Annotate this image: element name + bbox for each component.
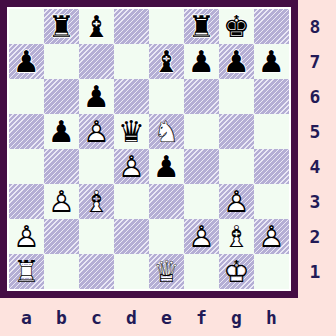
square-b2[interactable] bbox=[44, 219, 79, 254]
square-b4[interactable] bbox=[44, 149, 79, 184]
white-piece-outline: ♙ bbox=[254, 219, 289, 254]
square-e8[interactable] bbox=[149, 9, 184, 44]
square-h4[interactable] bbox=[254, 149, 289, 184]
rank-label-7: 7 bbox=[300, 44, 330, 79]
piece-bP-b5: ♟ bbox=[44, 114, 79, 149]
black-piece-glyph: ♟ bbox=[79, 79, 114, 114]
piece-bR-b8: ♜ bbox=[44, 9, 79, 44]
square-e6[interactable] bbox=[149, 79, 184, 114]
black-piece-glyph: ♜ bbox=[44, 9, 79, 44]
file-label-g: g bbox=[219, 301, 254, 333]
white-piece-outline: ♔ bbox=[219, 254, 254, 289]
square-g6[interactable] bbox=[219, 79, 254, 114]
white-piece-outline: ♖ bbox=[9, 254, 44, 289]
square-d7[interactable] bbox=[114, 44, 149, 79]
square-a5[interactable] bbox=[9, 114, 44, 149]
square-h5[interactable] bbox=[254, 114, 289, 149]
white-piece-outline: ♙ bbox=[9, 219, 44, 254]
rank-label-2: 2 bbox=[300, 219, 330, 254]
square-h2[interactable]: ♟♙ bbox=[254, 219, 289, 254]
square-b5[interactable]: ♟ bbox=[44, 114, 79, 149]
piece-bP-a7: ♟ bbox=[9, 44, 44, 79]
square-e4[interactable]: ♟ bbox=[149, 149, 184, 184]
black-piece-glyph: ♚ bbox=[219, 9, 254, 44]
white-piece-outline: ♙ bbox=[79, 114, 114, 149]
rank-label-4: 4 bbox=[300, 149, 330, 184]
file-label-d: d bbox=[114, 301, 149, 333]
square-d4[interactable]: ♟♙ bbox=[114, 149, 149, 184]
piece-wK-g1: ♚♔ bbox=[219, 254, 254, 289]
square-a7[interactable]: ♟ bbox=[9, 44, 44, 79]
piece-wP-a2: ♟♙ bbox=[9, 219, 44, 254]
file-label-b: b bbox=[44, 301, 79, 333]
square-a6[interactable] bbox=[9, 79, 44, 114]
piece-bK-g8: ♚ bbox=[219, 9, 254, 44]
square-f5[interactable] bbox=[184, 114, 219, 149]
piece-wP-f2: ♟♙ bbox=[184, 219, 219, 254]
square-a8[interactable] bbox=[9, 9, 44, 44]
square-c3[interactable]: ♝♗ bbox=[79, 184, 114, 219]
piece-bP-c6: ♟ bbox=[79, 79, 114, 114]
rank-label-5: 5 bbox=[300, 114, 330, 149]
square-b7[interactable] bbox=[44, 44, 79, 79]
white-piece-outline: ♗ bbox=[219, 219, 254, 254]
square-c6[interactable]: ♟ bbox=[79, 79, 114, 114]
piece-bP-g7: ♟ bbox=[219, 44, 254, 79]
piece-wP-g3: ♟♙ bbox=[219, 184, 254, 219]
piece-bB-e7: ♝ bbox=[149, 44, 184, 79]
piece-wB-c3: ♝♗ bbox=[79, 184, 114, 219]
square-h7[interactable]: ♟ bbox=[254, 44, 289, 79]
square-c5[interactable]: ♟♙ bbox=[79, 114, 114, 149]
square-b3[interactable]: ♟♙ bbox=[44, 184, 79, 219]
square-e1[interactable]: ♛♕ bbox=[149, 254, 184, 289]
square-b1[interactable] bbox=[44, 254, 79, 289]
square-c4[interactable] bbox=[79, 149, 114, 184]
square-f3[interactable] bbox=[184, 184, 219, 219]
square-a3[interactable] bbox=[9, 184, 44, 219]
square-a1[interactable]: ♜♖ bbox=[9, 254, 44, 289]
square-d1[interactable] bbox=[114, 254, 149, 289]
square-e7[interactable]: ♝ bbox=[149, 44, 184, 79]
square-g8[interactable]: ♚ bbox=[219, 9, 254, 44]
square-g3[interactable]: ♟♙ bbox=[219, 184, 254, 219]
square-e5[interactable]: ♞♘ bbox=[149, 114, 184, 149]
piece-wP-h2: ♟♙ bbox=[254, 219, 289, 254]
piece-bP-f7: ♟ bbox=[184, 44, 219, 79]
square-g4[interactable] bbox=[219, 149, 254, 184]
rank-label-1: 1 bbox=[300, 254, 330, 289]
piece-wR-a1: ♜♖ bbox=[9, 254, 44, 289]
square-c7[interactable] bbox=[79, 44, 114, 79]
square-a4[interactable] bbox=[9, 149, 44, 184]
square-f4[interactable] bbox=[184, 149, 219, 184]
piece-bP-h7: ♟ bbox=[254, 44, 289, 79]
square-g5[interactable] bbox=[219, 114, 254, 149]
square-d5[interactable]: ♛ bbox=[114, 114, 149, 149]
white-piece-outline: ♙ bbox=[114, 149, 149, 184]
square-b6[interactable] bbox=[44, 79, 79, 114]
piece-bB-c8: ♝ bbox=[79, 9, 114, 44]
square-h6[interactable] bbox=[254, 79, 289, 114]
black-piece-glyph: ♟ bbox=[149, 149, 184, 184]
white-piece-outline: ♙ bbox=[219, 184, 254, 219]
file-label-f: f bbox=[184, 301, 219, 333]
square-c8[interactable]: ♝ bbox=[79, 9, 114, 44]
white-piece-outline: ♕ bbox=[149, 254, 184, 289]
square-c1[interactable] bbox=[79, 254, 114, 289]
square-h8[interactable] bbox=[254, 9, 289, 44]
square-c2[interactable] bbox=[79, 219, 114, 254]
piece-wP-c5: ♟♙ bbox=[79, 114, 114, 149]
rank-label-6: 6 bbox=[300, 79, 330, 114]
square-f6[interactable] bbox=[184, 79, 219, 114]
black-piece-glyph: ♛ bbox=[114, 114, 149, 149]
rank-label-8: 8 bbox=[300, 9, 330, 44]
square-f2[interactable]: ♟♙ bbox=[184, 219, 219, 254]
square-d8[interactable] bbox=[114, 9, 149, 44]
piece-bR-f8: ♜ bbox=[184, 9, 219, 44]
white-piece-outline: ♗ bbox=[79, 184, 114, 219]
black-piece-glyph: ♟ bbox=[9, 44, 44, 79]
black-piece-glyph: ♟ bbox=[44, 114, 79, 149]
piece-wQ-e1: ♛♕ bbox=[149, 254, 184, 289]
square-a2[interactable]: ♟♙ bbox=[9, 219, 44, 254]
black-piece-glyph: ♟ bbox=[219, 44, 254, 79]
square-d3[interactable] bbox=[114, 184, 149, 219]
piece-bQ-d5: ♛ bbox=[114, 114, 149, 149]
square-g7[interactable]: ♟ bbox=[219, 44, 254, 79]
black-piece-glyph: ♜ bbox=[184, 9, 219, 44]
file-label-c: c bbox=[79, 301, 114, 333]
piece-wN-e5: ♞♘ bbox=[149, 114, 184, 149]
square-f8[interactable]: ♜ bbox=[184, 9, 219, 44]
file-labels: abcdefgh bbox=[9, 301, 289, 333]
file-label-e: e bbox=[149, 301, 184, 333]
black-piece-glyph: ♟ bbox=[184, 44, 219, 79]
white-piece-outline: ♘ bbox=[149, 114, 184, 149]
square-b8[interactable]: ♜ bbox=[44, 9, 79, 44]
square-g2[interactable]: ♝♗ bbox=[219, 219, 254, 254]
square-d2[interactable] bbox=[114, 219, 149, 254]
file-label-h: h bbox=[254, 301, 289, 333]
white-piece-outline: ♙ bbox=[44, 184, 79, 219]
file-label-a: a bbox=[9, 301, 44, 333]
piece-wB-g2: ♝♗ bbox=[219, 219, 254, 254]
piece-wP-b3: ♟♙ bbox=[44, 184, 79, 219]
chess-board-frame: ♜♝♜♚♟♝♟♟♟♟♟♟♙♛♞♘♟♙♟♟♙♝♗♟♙♟♙♟♙♝♗♟♙♜♖♛♕♚♔ bbox=[0, 0, 298, 298]
rank-label-3: 3 bbox=[300, 184, 330, 219]
piece-bP-e4: ♟ bbox=[149, 149, 184, 184]
white-piece-outline: ♙ bbox=[184, 219, 219, 254]
square-g1[interactable]: ♚♔ bbox=[219, 254, 254, 289]
black-piece-glyph: ♟ bbox=[254, 44, 289, 79]
black-piece-glyph: ♝ bbox=[149, 44, 184, 79]
square-e3[interactable] bbox=[149, 184, 184, 219]
square-f1[interactable] bbox=[184, 254, 219, 289]
chess-board: ♜♝♜♚♟♝♟♟♟♟♟♟♙♛♞♘♟♙♟♟♙♝♗♟♙♟♙♟♙♝♗♟♙♜♖♛♕♚♔ bbox=[9, 9, 289, 289]
chess-diagram: ♜♝♜♚♟♝♟♟♟♟♟♟♙♛♞♘♟♙♟♟♙♝♗♟♙♟♙♟♙♝♗♟♙♜♖♛♕♚♔ … bbox=[0, 0, 336, 336]
square-h1[interactable] bbox=[254, 254, 289, 289]
rank-labels: 87654321 bbox=[300, 9, 330, 289]
square-h3[interactable] bbox=[254, 184, 289, 219]
square-d6[interactable] bbox=[114, 79, 149, 114]
black-piece-glyph: ♝ bbox=[79, 9, 114, 44]
square-f7[interactable]: ♟ bbox=[184, 44, 219, 79]
piece-wP-d4: ♟♙ bbox=[114, 149, 149, 184]
square-e2[interactable] bbox=[149, 219, 184, 254]
